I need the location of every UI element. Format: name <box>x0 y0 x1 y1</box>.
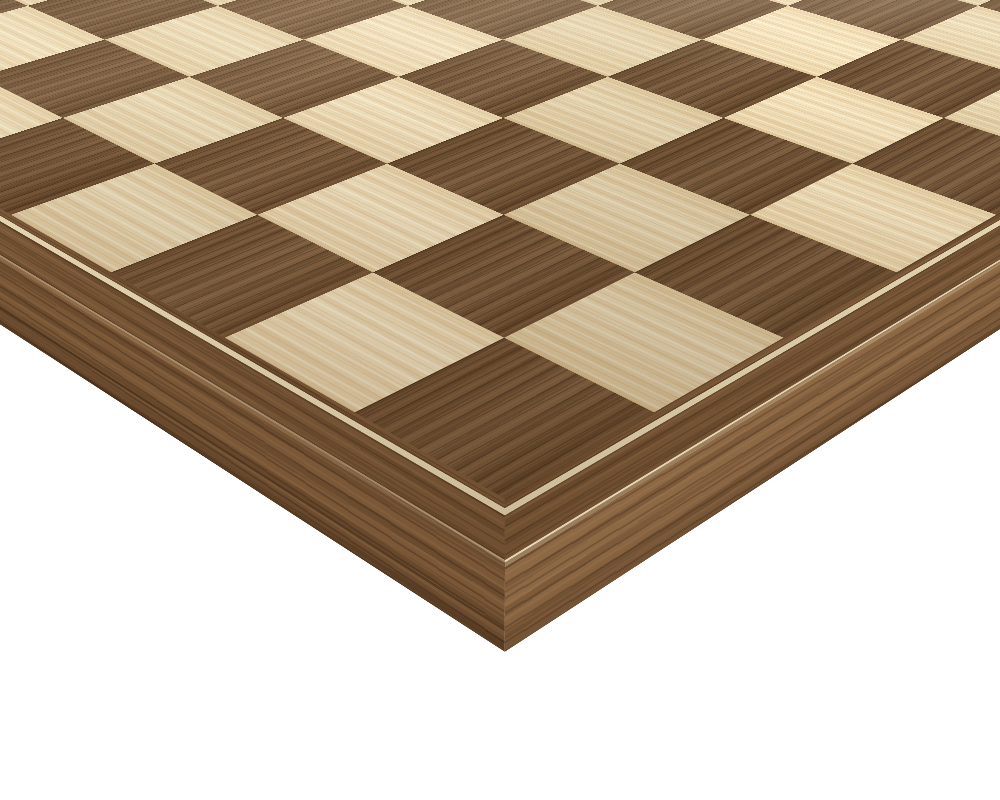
product-photo <box>0 0 1000 800</box>
chessboard <box>0 0 1000 560</box>
scene <box>0 0 1000 800</box>
